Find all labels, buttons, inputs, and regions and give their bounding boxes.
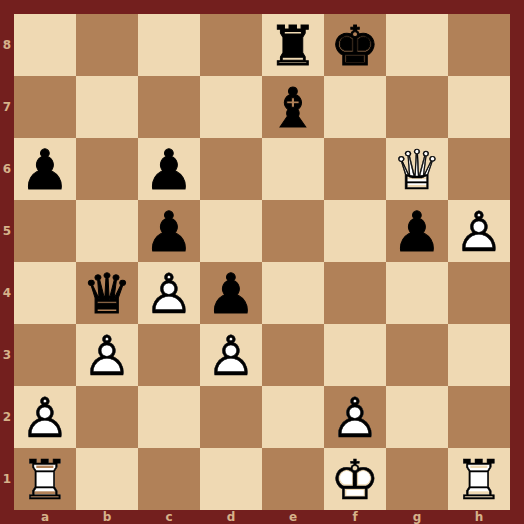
piece-white-rook: ♖ — [448, 449, 510, 511]
rank-label-1: 1 — [0, 448, 14, 510]
square-e6[interactable] — [262, 138, 324, 200]
square-d5[interactable] — [200, 200, 262, 262]
file-label-c: c — [138, 510, 200, 524]
square-b5[interactable] — [76, 200, 138, 262]
square-f7[interactable] — [324, 76, 386, 138]
piece-black-pawn: ♟ — [14, 139, 76, 201]
square-c5[interactable]: ♟ — [138, 200, 200, 262]
square-c1[interactable] — [138, 448, 200, 510]
rank-label-5: 5 — [0, 200, 14, 262]
piece-white-king: ♔ — [324, 449, 386, 511]
square-e2[interactable] — [262, 386, 324, 448]
square-f1[interactable]: ♚♔ — [324, 448, 386, 510]
square-h3[interactable] — [448, 324, 510, 386]
square-h5[interactable]: ♟♙ — [448, 200, 510, 262]
square-c7[interactable] — [138, 76, 200, 138]
piece-white-pawn-fill: ♟ — [76, 325, 138, 387]
square-e7[interactable]: ♝ — [262, 76, 324, 138]
piece-black-queen: ♛ — [76, 263, 138, 325]
square-e5[interactable] — [262, 200, 324, 262]
square-c3[interactable] — [138, 324, 200, 386]
square-d1[interactable] — [200, 448, 262, 510]
square-a3[interactable] — [14, 324, 76, 386]
square-h7[interactable] — [448, 76, 510, 138]
piece-black-bishop: ♝ — [262, 77, 324, 139]
piece-black-pawn: ♟ — [138, 139, 200, 201]
piece-black-pawn: ♟ — [386, 201, 448, 263]
piece-white-rook-fill: ♜ — [448, 449, 510, 511]
square-a4[interactable] — [14, 262, 76, 324]
square-a7[interactable] — [14, 76, 76, 138]
square-b8[interactable] — [76, 14, 138, 76]
piece-white-king-fill: ♚ — [324, 449, 386, 511]
file-label-g: g — [386, 510, 448, 524]
square-c8[interactable] — [138, 14, 200, 76]
file-label-f: f — [324, 510, 386, 524]
square-h6[interactable] — [448, 138, 510, 200]
square-c2[interactable] — [138, 386, 200, 448]
piece-black-pawn: ♟ — [200, 263, 262, 325]
square-d8[interactable] — [200, 14, 262, 76]
square-a6[interactable]: ♟ — [14, 138, 76, 200]
piece-white-rook: ♖ — [14, 449, 76, 511]
piece-white-pawn-fill: ♟ — [138, 263, 200, 325]
square-f2[interactable]: ♟♙ — [324, 386, 386, 448]
square-a1[interactable]: ♜♖ — [14, 448, 76, 510]
file-label-a: a — [14, 510, 76, 524]
square-a2[interactable]: ♟♙ — [14, 386, 76, 448]
rank-labels: 87654321 — [0, 14, 14, 510]
file-label-h: h — [448, 510, 510, 524]
square-h4[interactable] — [448, 262, 510, 324]
piece-white-pawn: ♙ — [324, 387, 386, 449]
square-b2[interactable] — [76, 386, 138, 448]
chess-board: ♜♚♝♟♟♛♕♟♟♟♙♛♟♙♟♟♙♟♙♟♙♟♙♜♖♚♔♜♖ — [14, 14, 510, 510]
piece-black-pawn: ♟ — [138, 201, 200, 263]
file-labels: abcdefgh — [14, 510, 510, 524]
piece-white-pawn-fill: ♟ — [324, 387, 386, 449]
piece-white-queen-fill: ♛ — [386, 139, 448, 201]
piece-white-rook-fill: ♜ — [14, 449, 76, 511]
square-b4[interactable]: ♛ — [76, 262, 138, 324]
square-g7[interactable] — [386, 76, 448, 138]
file-label-e: e — [262, 510, 324, 524]
square-b6[interactable] — [76, 138, 138, 200]
square-a5[interactable] — [14, 200, 76, 262]
piece-white-pawn-fill: ♟ — [448, 201, 510, 263]
piece-black-rook: ♜ — [262, 15, 324, 77]
square-f3[interactable] — [324, 324, 386, 386]
square-e3[interactable] — [262, 324, 324, 386]
square-b1[interactable] — [76, 448, 138, 510]
square-d6[interactable] — [200, 138, 262, 200]
square-h8[interactable] — [448, 14, 510, 76]
rank-label-4: 4 — [0, 262, 14, 324]
square-g4[interactable] — [386, 262, 448, 324]
piece-white-queen: ♕ — [386, 139, 448, 201]
square-h2[interactable] — [448, 386, 510, 448]
piece-white-pawn: ♙ — [14, 387, 76, 449]
square-d2[interactable] — [200, 386, 262, 448]
square-e1[interactable] — [262, 448, 324, 510]
square-b7[interactable] — [76, 76, 138, 138]
square-f6[interactable] — [324, 138, 386, 200]
piece-white-pawn: ♙ — [138, 263, 200, 325]
square-g6[interactable]: ♛♕ — [386, 138, 448, 200]
square-f4[interactable] — [324, 262, 386, 324]
piece-white-pawn-fill: ♟ — [14, 387, 76, 449]
square-d3[interactable]: ♟♙ — [200, 324, 262, 386]
square-f5[interactable] — [324, 200, 386, 262]
rank-label-3: 3 — [0, 324, 14, 386]
piece-white-pawn: ♙ — [76, 325, 138, 387]
file-label-b: b — [76, 510, 138, 524]
rank-label-7: 7 — [0, 76, 14, 138]
square-c4[interactable]: ♟♙ — [138, 262, 200, 324]
rank-label-2: 2 — [0, 386, 14, 448]
chess-board-frame: 87654321 ♜♚♝♟♟♛♕♟♟♟♙♛♟♙♟♟♙♟♙♟♙♟♙♜♖♚♔♜♖ a… — [0, 0, 524, 524]
square-b3[interactable]: ♟♙ — [76, 324, 138, 386]
square-g8[interactable] — [386, 14, 448, 76]
piece-white-pawn-fill: ♟ — [200, 325, 262, 387]
square-d4[interactable]: ♟ — [200, 262, 262, 324]
square-g5[interactable]: ♟ — [386, 200, 448, 262]
square-g1[interactable] — [386, 448, 448, 510]
piece-black-king: ♚ — [324, 15, 386, 77]
square-d7[interactable] — [200, 76, 262, 138]
rank-label-8: 8 — [0, 14, 14, 76]
square-e8[interactable]: ♜ — [262, 14, 324, 76]
piece-white-pawn: ♙ — [200, 325, 262, 387]
square-f8[interactable]: ♚ — [324, 14, 386, 76]
square-c6[interactable]: ♟ — [138, 138, 200, 200]
square-a8[interactable] — [14, 14, 76, 76]
square-g3[interactable] — [386, 324, 448, 386]
square-h1[interactable]: ♜♖ — [448, 448, 510, 510]
piece-white-pawn: ♙ — [448, 201, 510, 263]
square-e4[interactable] — [262, 262, 324, 324]
file-label-d: d — [200, 510, 262, 524]
rank-label-6: 6 — [0, 138, 14, 200]
square-g2[interactable] — [386, 386, 448, 448]
